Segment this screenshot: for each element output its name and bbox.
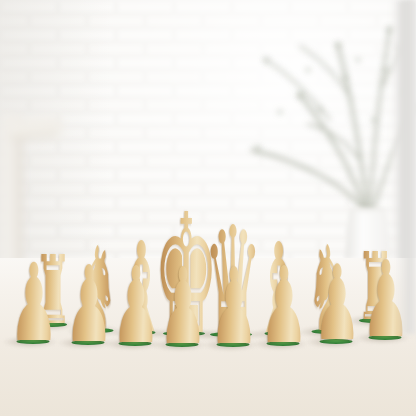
curtain-edge (396, 0, 416, 334)
felt-base (118, 341, 151, 346)
piece-glyph-king: ♚ (153, 192, 215, 358)
chess-piece-bishop: ♝ (87, 242, 193, 333)
felt-base (359, 318, 389, 323)
piece-shadow (145, 328, 216, 340)
piece-shadow (202, 339, 258, 351)
felt-base (71, 340, 104, 345)
chess-piece-pawn: ♟ (238, 286, 328, 344)
chess-piece-knight: ♞ (48, 248, 146, 331)
piece-shadow (57, 337, 113, 349)
felt-base (124, 330, 155, 335)
chess-piece-rook: ♜ (12, 259, 92, 325)
piece-shadow (345, 315, 396, 327)
chess-piece-pawn: ♟ (43, 285, 133, 343)
piece-glyph-rook: ♜ (34, 243, 69, 337)
piece-glyph-bishop: ♝ (117, 226, 164, 351)
piece-glyph-pawn: ♟ (65, 252, 112, 357)
felt-base (37, 322, 67, 327)
felt-base (319, 339, 352, 344)
felt-base (17, 339, 50, 344)
piece-glyph-rook: ♜ (357, 241, 392, 334)
piece-glyph-pawn: ♟ (159, 254, 206, 359)
piece-shadow (66, 325, 122, 337)
felt-base (80, 328, 113, 333)
chess-pieces: ♜♞♝♚♛♝♞♜♟♟♟♟♟♟♟♟ (0, 0, 416, 416)
felt-base (368, 335, 401, 340)
piece-glyph-pawn: ♟ (112, 253, 159, 358)
piece-shadow (192, 329, 263, 341)
felt-base (266, 341, 299, 346)
piece-shadow (297, 326, 353, 338)
product-photo-scene: ♜♞♝♚♛♝♞♜♟♟♟♟♟♟♟♟ (0, 0, 416, 416)
piece-shadow (252, 338, 308, 350)
piece-glyph-pawn: ♟ (313, 252, 359, 356)
felt-base (210, 332, 252, 337)
piece-shadow (110, 327, 163, 339)
chess-piece-pawn: ♟ (90, 286, 180, 344)
piece-shadow (2, 336, 58, 348)
piece-glyph-pawn: ♟ (260, 253, 307, 358)
felt-base (165, 342, 198, 347)
piece-glyph-bishop: ♝ (257, 227, 304, 352)
piece-glyph-pawn: ♟ (210, 254, 257, 359)
felt-base (216, 342, 249, 347)
chess-piece-pawn: ♟ (292, 285, 380, 342)
piece-glyph-knight: ♞ (75, 232, 118, 347)
piece-glyph-knight: ♞ (306, 230, 350, 348)
chess-piece-pawn: ♟ (137, 287, 227, 345)
piece-shadow (305, 336, 361, 348)
piece-shadow (23, 319, 74, 331)
piece-glyph-queen: ♛ (203, 207, 259, 356)
chess-piece-pawn: ♟ (0, 283, 79, 342)
piece-glyph-pawn: ♟ (9, 249, 56, 356)
piece-shadow (250, 328, 303, 340)
felt-base (311, 329, 344, 334)
chess-piece-king: ♚ (114, 213, 255, 334)
chess-piece-queen: ♛ (168, 226, 295, 335)
chess-piece-bishop: ♝ (227, 243, 333, 334)
chess-piece-knight: ♞ (278, 247, 378, 332)
felt-base (264, 331, 295, 336)
piece-shadow (104, 338, 160, 350)
felt-base (163, 331, 205, 336)
piece-shadow (151, 339, 207, 351)
chess-piece-pawn: ♟ (188, 287, 278, 345)
